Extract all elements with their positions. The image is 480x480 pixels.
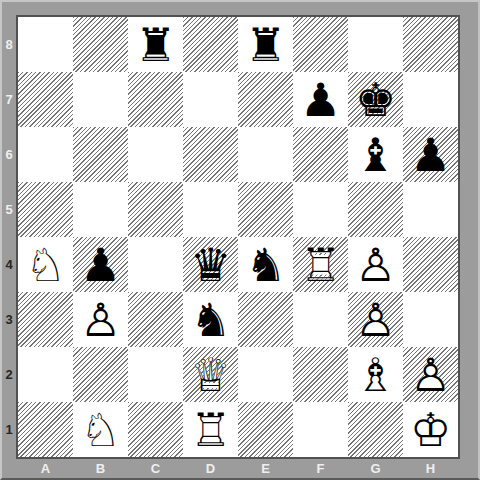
chess-board: ♜♜♟♚♝♟♞♘♟♛♞♜♖♟♙♟♙♞♟♙♛♕♝♗♟♙♞♘♜♖♚♔ [16, 15, 460, 459]
square-e3[interactable] [238, 292, 293, 347]
square-c1[interactable] [128, 402, 183, 457]
piece-black-rook: ♜ [128, 17, 183, 72]
square-g6[interactable]: ♝ [348, 127, 403, 182]
square-h1[interactable]: ♚♔ [403, 402, 458, 457]
square-h3[interactable] [403, 292, 458, 347]
piece-white-pawn-fill: ♟ [348, 292, 403, 347]
file-label-d: D [183, 459, 238, 479]
piece-black-pawn: ♟ [293, 72, 348, 127]
square-e1[interactable] [238, 402, 293, 457]
file-label-e: E [238, 459, 293, 479]
square-b7[interactable] [73, 72, 128, 127]
piece-white-pawn-fill: ♟ [73, 292, 128, 347]
piece-white-pawn-fill: ♟ [348, 237, 403, 292]
piece-white-knight-fill: ♞ [18, 237, 73, 292]
piece-white-pawn: ♙ [348, 237, 403, 292]
square-b2[interactable] [73, 347, 128, 402]
square-f1[interactable] [293, 402, 348, 457]
piece-white-king: ♔ [403, 402, 458, 457]
piece-white-rook-fill: ♜ [183, 402, 238, 457]
square-a5[interactable] [18, 182, 73, 237]
piece-white-knight-fill: ♞ [73, 402, 128, 457]
square-b8[interactable] [73, 17, 128, 72]
square-f8[interactable] [293, 17, 348, 72]
square-f3[interactable] [293, 292, 348, 347]
piece-white-pawn: ♙ [73, 292, 128, 347]
rank-label-3: 3 [2, 292, 16, 347]
piece-white-rook-fill: ♜ [293, 237, 348, 292]
square-c4[interactable] [128, 237, 183, 292]
square-g7[interactable]: ♚ [348, 72, 403, 127]
piece-black-pawn: ♟ [403, 127, 458, 182]
square-c6[interactable] [128, 127, 183, 182]
square-g2[interactable]: ♝♗ [348, 347, 403, 402]
chessboard-frame: ♜♜♟♚♝♟♞♘♟♛♞♜♖♟♙♟♙♞♟♙♛♕♝♗♟♙♞♘♜♖♚♔ 8765432… [0, 0, 480, 480]
square-c2[interactable] [128, 347, 183, 402]
square-f4[interactable]: ♜♖ [293, 237, 348, 292]
piece-white-knight: ♘ [73, 402, 128, 457]
file-label-a: A [18, 459, 73, 479]
square-e6[interactable] [238, 127, 293, 182]
piece-white-knight: ♘ [18, 237, 73, 292]
square-e4[interactable]: ♞ [238, 237, 293, 292]
square-b1[interactable]: ♞♘ [73, 402, 128, 457]
square-d7[interactable] [183, 72, 238, 127]
file-label-h: H [403, 459, 458, 479]
piece-white-bishop-fill: ♝ [348, 347, 403, 402]
piece-black-queen: ♛ [183, 237, 238, 292]
square-d3[interactable]: ♞ [183, 292, 238, 347]
file-label-g: G [348, 459, 403, 479]
square-a3[interactable] [18, 292, 73, 347]
square-h6[interactable]: ♟ [403, 127, 458, 182]
square-d1[interactable]: ♜♖ [183, 402, 238, 457]
square-d2[interactable]: ♛♕ [183, 347, 238, 402]
piece-black-rook: ♜ [238, 17, 293, 72]
piece-white-pawn: ♙ [348, 292, 403, 347]
square-d6[interactable] [183, 127, 238, 182]
file-label-f: F [293, 459, 348, 479]
piece-white-pawn: ♙ [403, 347, 458, 402]
piece-black-pawn: ♟ [73, 237, 128, 292]
square-e7[interactable] [238, 72, 293, 127]
square-a8[interactable] [18, 17, 73, 72]
square-a1[interactable] [18, 402, 73, 457]
square-e5[interactable] [238, 182, 293, 237]
square-h8[interactable] [403, 17, 458, 72]
square-g3[interactable]: ♟♙ [348, 292, 403, 347]
square-c5[interactable] [128, 182, 183, 237]
square-g5[interactable] [348, 182, 403, 237]
square-a2[interactable] [18, 347, 73, 402]
rank-label-5: 5 [2, 182, 16, 237]
square-h5[interactable] [403, 182, 458, 237]
square-b6[interactable] [73, 127, 128, 182]
square-f7[interactable]: ♟ [293, 72, 348, 127]
square-h4[interactable] [403, 237, 458, 292]
rank-label-4: 4 [2, 237, 16, 292]
square-g8[interactable] [348, 17, 403, 72]
square-a4[interactable]: ♞♘ [18, 237, 73, 292]
file-label-b: B [73, 459, 128, 479]
square-e8[interactable]: ♜ [238, 17, 293, 72]
square-b5[interactable] [73, 182, 128, 237]
piece-white-queen-fill: ♛ [183, 347, 238, 402]
piece-black-knight: ♞ [183, 292, 238, 347]
square-a6[interactable] [18, 127, 73, 182]
square-g1[interactable] [348, 402, 403, 457]
piece-white-king-fill: ♚ [403, 402, 458, 457]
square-c3[interactable] [128, 292, 183, 347]
square-g4[interactable]: ♟♙ [348, 237, 403, 292]
square-d8[interactable] [183, 17, 238, 72]
piece-black-king: ♚ [348, 72, 403, 127]
square-h7[interactable] [403, 72, 458, 127]
square-c7[interactable] [128, 72, 183, 127]
rank-label-1: 1 [2, 402, 16, 457]
square-f6[interactable] [293, 127, 348, 182]
file-label-c: C [128, 459, 183, 479]
square-b4[interactable]: ♟ [73, 237, 128, 292]
square-f2[interactable] [293, 347, 348, 402]
square-d4[interactable]: ♛ [183, 237, 238, 292]
square-e2[interactable] [238, 347, 293, 402]
rank-label-6: 6 [2, 127, 16, 182]
square-f5[interactable] [293, 182, 348, 237]
rank-label-2: 2 [2, 347, 16, 402]
piece-white-rook: ♖ [293, 237, 348, 292]
square-b3[interactable]: ♟♙ [73, 292, 128, 347]
rank-label-7: 7 [2, 72, 16, 127]
rank-label-8: 8 [2, 17, 16, 72]
piece-white-bishop: ♗ [348, 347, 403, 402]
piece-white-queen: ♕ [183, 347, 238, 402]
piece-black-bishop: ♝ [348, 127, 403, 182]
square-d5[interactable] [183, 182, 238, 237]
piece-white-pawn-fill: ♟ [403, 347, 458, 402]
piece-black-knight: ♞ [238, 237, 293, 292]
piece-white-rook: ♖ [183, 402, 238, 457]
square-h2[interactable]: ♟♙ [403, 347, 458, 402]
square-c8[interactable]: ♜ [128, 17, 183, 72]
square-a7[interactable] [18, 72, 73, 127]
